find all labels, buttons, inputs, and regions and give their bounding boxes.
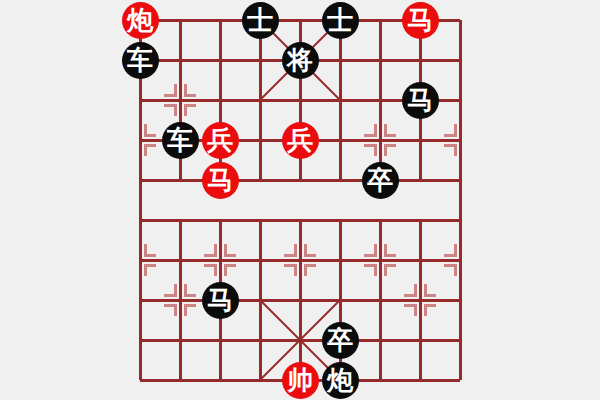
- piece-black-cannon[interactable]: 炮: [322, 362, 359, 399]
- piece-red-horse[interactable]: 马: [402, 2, 439, 39]
- pieces-grid: 炮士士马车将马车兵兵马卒马卒帅炮: [120, 0, 480, 400]
- piece-red-soldier[interactable]: 兵: [202, 122, 239, 159]
- piece-black-chariot[interactable]: 车: [162, 122, 199, 159]
- piece-black-soldier[interactable]: 卒: [362, 162, 399, 199]
- piece-red-cannon[interactable]: 炮: [122, 2, 159, 39]
- piece-red-soldier[interactable]: 兵: [282, 122, 319, 159]
- piece-black-king[interactable]: 将: [282, 42, 319, 79]
- piece-red-horse[interactable]: 马: [202, 162, 239, 199]
- piece-red-king[interactable]: 帅: [282, 362, 319, 399]
- piece-black-horse[interactable]: 马: [402, 82, 439, 119]
- piece-black-advisor[interactable]: 士: [242, 2, 279, 39]
- piece-black-soldier[interactable]: 卒: [322, 322, 359, 359]
- piece-black-horse[interactable]: 马: [202, 282, 239, 319]
- xiangqi-board: 炮士士马车将马车兵兵马卒马卒帅炮: [0, 0, 600, 400]
- piece-black-advisor[interactable]: 士: [322, 2, 359, 39]
- piece-black-chariot[interactable]: 车: [122, 42, 159, 79]
